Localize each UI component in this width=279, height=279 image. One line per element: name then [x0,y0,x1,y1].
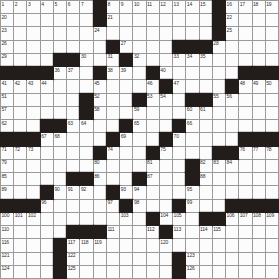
cell-r7c14[interactable]: 47 [173,80,185,92]
cell-r10c21[interactable] [266,120,278,132]
cell-r5c16[interactable]: 35 [200,54,212,66]
cell-r5c18[interactable] [226,54,238,66]
cell-r13c11[interactable] [133,160,145,172]
cell-r12c14[interactable] [173,147,185,159]
cell-r3c15[interactable] [186,27,198,39]
cell-r14c12[interactable]: 87 [147,173,159,185]
cell-r5c20[interactable] [253,54,265,66]
cell-r5c7[interactable]: 30 [80,54,92,66]
cell-r1c7[interactable]: 7 [80,1,92,13]
cell-r6c7[interactable] [80,67,92,79]
cell-r13c17[interactable]: 83 [213,160,225,172]
cell-r10c20[interactable] [253,120,265,132]
cell-r2c19[interactable] [239,14,251,26]
cell-r18c17[interactable]: 115 [213,226,225,238]
cell-r8c20[interactable] [253,94,265,106]
cell-r21c1[interactable]: 124 [1,266,13,278]
cell-r19c10[interactable] [120,239,132,251]
cell-r9c6[interactable] [67,107,79,119]
cell-r14c3[interactable] [27,173,39,185]
cell-r16c17[interactable] [213,200,225,212]
cell-r21c2[interactable] [14,266,26,278]
cell-r9c10[interactable] [120,107,132,119]
cell-r18c2[interactable] [14,226,26,238]
cell-r4c8[interactable] [94,41,106,53]
cell-r19c21[interactable] [266,239,278,251]
cell-r18c12[interactable]: 112 [147,226,159,238]
cell-r14c8[interactable]: 86 [94,173,106,185]
cell-r14c18[interactable] [226,173,238,185]
cell-r6c9[interactable]: 38 [107,67,119,79]
cell-r10c1[interactable]: 62 [1,120,13,132]
cell-r17c6[interactable] [67,213,79,225]
cell-r7c17[interactable] [213,80,225,92]
cell-r17c7[interactable] [80,213,92,225]
cell-r20c13[interactable] [160,253,172,265]
cell-r2c9[interactable]: 21 [107,14,119,26]
cell-r2c18[interactable]: 22 [226,14,238,26]
cell-r12c13[interactable]: 75 [160,147,172,159]
cell-r4c3[interactable] [27,41,39,53]
cell-r2c7[interactable] [80,14,92,26]
cell-r3c13[interactable] [160,27,172,39]
cell-r1c3[interactable]: 3 [27,1,39,13]
cell-r1c19[interactable]: 17 [239,1,251,13]
cell-r16c8[interactable] [94,200,106,212]
cell-r10c16[interactable] [200,120,212,132]
cell-r9c19[interactable] [239,107,251,119]
cell-r8c12[interactable]: 53 [147,94,159,106]
cell-r8c3[interactable] [27,94,39,106]
cell-r20c15[interactable]: 123 [186,253,198,265]
cell-r20c8[interactable] [94,253,106,265]
cell-r17c1[interactable]: 100 [1,213,13,225]
cell-r10c9[interactable] [107,120,119,132]
cell-r4c17[interactable]: 28 [213,41,225,53]
cell-r3c18[interactable]: 25 [226,27,238,39]
cell-r16c5[interactable] [54,200,66,212]
cell-r3c16[interactable] [200,27,212,39]
cell-r9c4[interactable] [41,107,53,119]
cell-r9c15[interactable]: 60 [186,107,198,119]
cell-r17c8[interactable] [94,213,106,225]
cell-r10c6[interactable]: 63 [67,120,79,132]
cell-r1c21[interactable]: 19 [266,1,278,13]
cell-r18c4[interactable] [41,226,53,238]
cell-r15c15[interactable]: 95 [186,186,198,198]
cell-r8c9[interactable] [107,94,119,106]
cell-r4c7[interactable] [80,41,92,53]
cell-r1c14[interactable]: 13 [173,1,185,13]
cell-r2c14[interactable] [173,14,185,26]
cell-r4c6[interactable] [67,41,79,53]
cell-r18c18[interactable] [226,226,238,238]
cell-r13c8[interactable]: 80 [94,160,106,172]
cell-r21c10[interactable] [120,266,132,278]
cell-r17c21[interactable]: 109 [266,213,278,225]
cell-r15c19[interactable] [239,186,251,198]
cell-r13c10[interactable] [120,160,132,172]
cell-r21c3[interactable] [27,266,39,278]
cell-r11c6[interactable] [67,133,79,145]
cell-r7c12[interactable]: 46 [147,80,159,92]
cell-r20c17[interactable] [213,253,225,265]
cell-r2c15[interactable] [186,14,198,26]
cell-r19c20[interactable] [253,239,265,251]
cell-r6c11[interactable] [133,67,145,79]
cell-r18c15[interactable] [186,226,198,238]
cell-r5c13[interactable] [160,54,172,66]
cell-r12c5[interactable] [54,147,66,159]
cell-r9c9[interactable] [107,107,119,119]
cell-r11c15[interactable] [186,133,198,145]
cell-r19c14[interactable] [173,239,185,251]
cell-r7c7[interactable] [80,80,92,92]
cell-r17c4[interactable] [41,213,53,225]
cell-r12c11[interactable] [133,147,145,159]
cell-r6c6[interactable]: 37 [67,67,79,79]
cell-r20c3[interactable] [27,253,39,265]
cell-r8c18[interactable]: 56 [226,94,238,106]
cell-r9c12[interactable] [147,107,159,119]
cell-r12c15[interactable] [186,147,198,159]
cell-r11c8[interactable] [94,133,106,145]
cell-r9c16[interactable]: 61 [200,107,212,119]
cell-r1c20[interactable]: 18 [253,1,265,13]
cell-r16c11[interactable]: 98 [133,200,145,212]
cell-r7c3[interactable]: 43 [27,80,39,92]
cell-r6c14[interactable] [173,67,185,79]
cell-r18c16[interactable]: 114 [200,226,212,238]
cell-r1c13[interactable]: 12 [160,1,172,13]
cell-r15c2[interactable] [14,186,26,198]
cell-r15c5[interactable]: 90 [54,186,66,198]
cell-r15c3[interactable] [27,186,39,198]
cell-r8c21[interactable] [266,94,278,106]
cell-r17c15[interactable] [186,213,198,225]
cell-r11c18[interactable] [226,133,238,145]
cell-r4c5[interactable] [54,41,66,53]
cell-r13c19[interactable] [239,160,251,172]
cell-r5c15[interactable]: 34 [186,54,198,66]
cell-r15c16[interactable] [200,186,212,198]
cell-r21c16[interactable] [200,266,212,278]
cell-r17c10[interactable]: 103 [120,213,132,225]
cell-r16c6[interactable] [67,200,79,212]
cell-r19c19[interactable] [239,239,251,251]
cell-r6c16[interactable] [200,67,212,79]
cell-r6c18[interactable] [226,67,238,79]
cell-r8c17[interactable]: 55 [213,94,225,106]
cell-r12c3[interactable]: 73 [27,147,39,159]
cell-r15c8[interactable] [94,186,106,198]
cell-r19c16[interactable] [200,239,212,251]
cell-r19c12[interactable] [147,239,159,251]
cell-r10c2[interactable] [14,120,26,132]
cell-r2c10[interactable] [120,14,132,26]
cell-r18c10[interactable] [120,226,132,238]
cell-r13c21[interactable] [266,160,278,172]
cell-r20c2[interactable] [14,253,26,265]
cell-r1c2[interactable]: 2 [14,1,26,13]
cell-r8c5[interactable] [54,94,66,106]
cell-r17c18[interactable]: 106 [226,213,238,225]
cell-r13c14[interactable] [173,160,185,172]
cell-r21c6[interactable]: 125 [67,266,79,278]
cell-r19c1[interactable]: 116 [1,239,13,251]
cell-r9c8[interactable]: 58 [94,107,106,119]
cell-r10c12[interactable] [147,120,159,132]
cell-r13c16[interactable]: 82 [200,160,212,172]
cell-r5c14[interactable]: 33 [173,54,185,66]
cell-r11c16[interactable] [200,133,212,145]
cell-r2c6[interactable] [67,14,79,26]
cell-r14c19[interactable] [239,173,251,185]
cell-r10c13[interactable] [160,120,172,132]
cell-r3c11[interactable] [133,27,145,39]
cell-r10c15[interactable]: 66 [186,120,198,132]
cell-r4c19[interactable] [239,41,251,53]
cell-r7c8[interactable]: 45 [94,80,106,92]
cell-r10c8[interactable] [94,120,106,132]
cell-r21c17[interactable] [213,266,225,278]
cell-r13c2[interactable] [14,160,26,172]
cell-r1c10[interactable]: 9 [120,1,132,13]
cell-r2c1[interactable]: 20 [1,14,13,26]
cell-r3c12[interactable] [147,27,159,39]
cell-r11c14[interactable]: 70 [173,133,185,145]
cell-r7c9[interactable] [107,80,119,92]
cell-r15c6[interactable]: 91 [67,186,79,198]
cell-r17c13[interactable]: 104 [160,213,172,225]
cell-r18c21[interactable] [266,226,278,238]
cell-r14c4[interactable] [41,173,53,185]
cell-r9c18[interactable] [226,107,238,119]
cell-r4c11[interactable] [133,41,145,53]
cell-r14c17[interactable] [213,173,225,185]
cell-r12c7[interactable] [80,147,92,159]
cell-r5c2[interactable] [14,54,26,66]
cell-r11c17[interactable] [213,133,225,145]
cell-r3c20[interactable] [253,27,265,39]
cell-r7c10[interactable] [120,80,132,92]
cell-r13c9[interactable] [107,160,119,172]
cell-r12c16[interactable] [200,147,212,159]
cell-r4c12[interactable] [147,41,159,53]
cell-r13c7[interactable] [80,160,92,172]
cell-r14c13[interactable] [160,173,172,185]
cell-r13c1[interactable]: 79 [1,160,13,172]
cell-r15c11[interactable]: 94 [133,186,145,198]
cell-r2c5[interactable] [54,14,66,26]
cell-r3c6[interactable] [67,27,79,39]
cell-r19c13[interactable]: 120 [160,239,172,251]
cell-r18c14[interactable]: 113 [173,226,185,238]
cell-r17c11[interactable] [133,213,145,225]
cell-r7c4[interactable]: 44 [41,80,53,92]
cell-r2c2[interactable] [14,14,26,26]
cell-r21c11[interactable] [133,266,145,278]
cell-r17c20[interactable]: 108 [253,213,265,225]
cell-r16c4[interactable]: 96 [41,200,53,212]
cell-r13c13[interactable] [160,160,172,172]
cell-r7c15[interactable] [186,80,198,92]
cell-r17c9[interactable] [107,213,119,225]
cell-r11c5[interactable]: 68 [54,133,66,145]
cell-r5c8[interactable] [94,54,106,66]
cell-r15c7[interactable]: 92 [80,186,92,198]
cell-r1c4[interactable]: 4 [41,1,53,13]
cell-r9c5[interactable] [54,107,66,119]
cell-r13c5[interactable] [54,160,66,172]
cell-r4c4[interactable] [41,41,53,53]
cell-r10c7[interactable]: 64 [80,120,92,132]
cell-r2c13[interactable] [160,14,172,26]
cell-r7c21[interactable]: 50 [266,80,278,92]
cell-r3c21[interactable] [266,27,278,39]
cell-r1c15[interactable]: 14 [186,1,198,13]
cell-r21c21[interactable] [266,266,278,278]
cell-r15c14[interactable] [173,186,185,198]
cell-r18c3[interactable] [27,226,39,238]
cell-r3c14[interactable] [173,27,185,39]
cell-r12c21[interactable]: 78 [266,147,278,159]
cell-r20c7[interactable] [80,253,92,265]
cell-r13c3[interactable] [27,160,39,172]
cell-r2c21[interactable] [266,14,278,26]
cell-r16c12[interactable] [147,200,159,212]
cell-r8c2[interactable] [14,94,26,106]
cell-r12c4[interactable] [41,147,53,159]
cell-r6c17[interactable] [213,67,225,79]
cell-r16c9[interactable]: 97 [107,200,119,212]
cell-r15c18[interactable] [226,186,238,198]
cell-r7c11[interactable] [133,80,145,92]
cell-r7c16[interactable] [200,80,212,92]
cell-r3c3[interactable] [27,27,39,39]
cell-r7c1[interactable]: 41 [1,80,13,92]
cell-r21c19[interactable] [239,266,251,278]
cell-r3c7[interactable] [80,27,92,39]
cell-r1c12[interactable]: 11 [147,1,159,13]
cell-r13c20[interactable] [253,160,265,172]
cell-r5c19[interactable] [239,54,251,66]
cell-r19c7[interactable]: 118 [80,239,92,251]
cell-r20c16[interactable] [200,253,212,265]
cell-r9c21[interactable] [266,107,278,119]
cell-r20c4[interactable] [41,253,53,265]
cell-r8c4[interactable] [41,94,53,106]
cell-r19c6[interactable]: 117 [67,239,79,251]
cell-r16c7[interactable] [80,200,92,212]
cell-r14c1[interactable]: 85 [1,173,13,185]
cell-r7c5[interactable] [54,80,66,92]
cell-r12c9[interactable]: 74 [107,147,119,159]
cell-r19c18[interactable] [226,239,238,251]
cell-r15c12[interactable] [147,186,159,198]
cell-r8c14[interactable] [173,94,185,106]
cell-r8c8[interactable]: 52 [94,94,106,106]
cell-r4c13[interactable] [160,41,172,53]
cell-r7c19[interactable]: 48 [239,80,251,92]
cell-r15c1[interactable]: 89 [1,186,13,198]
cell-r8c13[interactable]: 54 [160,94,172,106]
cell-r13c6[interactable] [67,160,79,172]
cell-r3c8[interactable]: 24 [94,27,106,39]
cell-r18c5[interactable] [54,226,66,238]
cell-r19c17[interactable] [213,239,225,251]
cell-r5c1[interactable]: 29 [1,54,13,66]
cell-r5c11[interactable]: 32 [133,54,145,66]
cell-r3c1[interactable]: 23 [1,27,13,39]
cell-r2c20[interactable] [253,14,265,26]
cell-r6c15[interactable] [186,67,198,79]
cell-r9c20[interactable] [253,107,265,119]
cell-r4c20[interactable] [253,41,265,53]
cell-r19c15[interactable] [186,239,198,251]
cell-r10c18[interactable] [226,120,238,132]
cell-r7c6[interactable] [67,80,79,92]
cell-r20c1[interactable]: 121 [1,253,13,265]
cell-r13c12[interactable]: 81 [147,160,159,172]
cell-r21c20[interactable] [253,266,265,278]
cell-r6c10[interactable]: 39 [120,67,132,79]
cell-r17c3[interactable]: 102 [27,213,39,225]
cell-r16c16[interactable] [200,200,212,212]
cell-r14c9[interactable] [107,173,119,185]
cell-r12c6[interactable] [67,147,79,159]
cell-r20c18[interactable] [226,253,238,265]
cell-r8c1[interactable]: 51 [1,94,13,106]
cell-r14c21[interactable] [266,173,278,185]
cell-r11c11[interactable] [133,133,145,145]
cell-r11c4[interactable]: 67 [41,133,53,145]
cell-r3c4[interactable] [41,27,53,39]
cell-r15c13[interactable] [160,186,172,198]
cell-r2c12[interactable] [147,14,159,26]
cell-r5c17[interactable] [213,54,225,66]
cell-r5c9[interactable]: 31 [107,54,119,66]
cell-r14c2[interactable] [14,173,26,185]
cell-r12c10[interactable] [120,147,132,159]
cell-r14c16[interactable]: 88 [200,173,212,185]
cell-r9c1[interactable]: 57 [1,107,13,119]
cell-r3c2[interactable] [14,27,26,39]
cell-r4c21[interactable] [266,41,278,53]
cell-r10c19[interactable] [239,120,251,132]
cell-r8c10[interactable] [120,94,132,106]
cell-r16c15[interactable]: 99 [186,200,198,212]
cell-r12c19[interactable]: 76 [239,147,251,159]
cell-r2c16[interactable] [200,14,212,26]
cell-r16c13[interactable] [160,200,172,212]
cell-r4c10[interactable]: 27 [120,41,132,53]
cell-r9c3[interactable] [27,107,39,119]
cell-r21c13[interactable] [160,266,172,278]
cell-r19c3[interactable] [27,239,39,251]
cell-r20c9[interactable] [107,253,119,265]
cell-r20c11[interactable] [133,253,145,265]
cell-r21c9[interactable] [107,266,119,278]
cell-r21c7[interactable] [80,266,92,278]
cell-r19c8[interactable]: 119 [94,239,106,251]
cell-r11c10[interactable]: 69 [120,133,132,145]
cell-r14c14[interactable] [173,173,185,185]
cell-r5c21[interactable] [266,54,278,66]
cell-r15c17[interactable] [213,186,225,198]
cell-r6c13[interactable]: 40 [160,67,172,79]
cell-r1c1[interactable]: 1 [1,1,13,13]
